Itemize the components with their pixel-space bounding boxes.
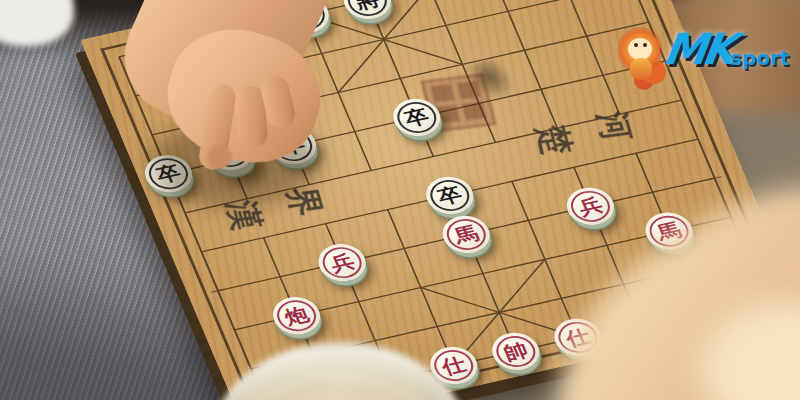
finger-tip bbox=[208, 146, 232, 168]
scene: 漢界 楚河 象士將包卒馬卒卒卒兵馬兵炮馬相仕帥仕相 MK sport bbox=[0, 0, 800, 400]
logo-text-sport: sport bbox=[730, 46, 789, 70]
logo-text-mk: MK bbox=[660, 24, 735, 74]
mksport-logo: MK sport bbox=[612, 22, 797, 86]
dragon-mascot-icon bbox=[618, 30, 664, 82]
